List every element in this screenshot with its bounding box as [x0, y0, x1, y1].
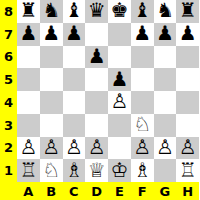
- file-label-b: B: [40, 182, 63, 200]
- rank-label-7: 7: [0, 23, 17, 46]
- square-c2[interactable]: ♙: [63, 137, 86, 160]
- square-f6[interactable]: [131, 46, 154, 69]
- square-b8[interactable]: ♞: [40, 0, 63, 23]
- square-g3[interactable]: [154, 114, 177, 137]
- square-h3[interactable]: [176, 114, 199, 137]
- square-a2[interactable]: ♙: [17, 137, 40, 160]
- black-pawn: ♟: [88, 46, 106, 66]
- screenshot-stage: 8♜♞♝♛♚♝♞♜7♟♟♟♟♟♟6♟5♟4♙3♘2♙♙♙♙♙♙♙1♖♘♗♕♔♗♖…: [0, 0, 200, 200]
- white-pawn: ♙: [88, 137, 106, 157]
- black-pawn: ♟: [156, 23, 174, 43]
- square-c5[interactable]: [63, 68, 86, 91]
- square-f1[interactable]: ♗: [131, 159, 154, 182]
- chess-board: 8♜♞♝♛♚♝♞♜7♟♟♟♟♟♟6♟5♟4♙3♘2♙♙♙♙♙♙♙1♖♘♗♕♔♗♖…: [0, 0, 199, 200]
- rank-label-2: 2: [0, 137, 17, 160]
- white-king: ♔: [110, 160, 128, 180]
- file-label-d: D: [85, 182, 108, 200]
- square-g1[interactable]: [154, 159, 177, 182]
- square-f4[interactable]: [131, 91, 154, 114]
- square-b4[interactable]: [40, 91, 63, 114]
- square-e6[interactable]: [108, 46, 131, 69]
- square-a4[interactable]: [17, 91, 40, 114]
- rank-label-3: 3: [0, 114, 17, 137]
- file-label-f: F: [131, 182, 154, 200]
- square-c3[interactable]: [63, 114, 86, 137]
- white-bishop: ♗: [65, 160, 83, 180]
- rank-label-1: 1: [0, 159, 17, 182]
- square-c6[interactable]: [63, 46, 86, 69]
- square-e4[interactable]: ♙: [108, 91, 131, 114]
- rank-label-8: 8: [0, 0, 17, 23]
- white-bishop: ♗: [133, 160, 151, 180]
- white-pawn: ♙: [179, 137, 197, 157]
- square-d7[interactable]: [85, 23, 108, 46]
- square-g4[interactable]: [154, 91, 177, 114]
- square-b6[interactable]: [40, 46, 63, 69]
- square-c1[interactable]: ♗: [63, 159, 86, 182]
- square-d4[interactable]: [85, 91, 108, 114]
- black-king: ♚: [110, 0, 128, 20]
- square-f3[interactable]: ♘: [131, 114, 154, 137]
- square-g7[interactable]: ♟: [154, 23, 177, 46]
- square-g5[interactable]: [154, 68, 177, 91]
- square-d2[interactable]: ♙: [85, 137, 108, 160]
- file-label-h: H: [176, 182, 199, 200]
- black-pawn: ♟: [179, 23, 197, 43]
- square-c7[interactable]: ♟: [63, 23, 86, 46]
- white-queen: ♕: [88, 160, 106, 180]
- square-h6[interactable]: [176, 46, 199, 69]
- coordinate-corner: [0, 182, 17, 200]
- square-d6[interactable]: ♟: [85, 46, 108, 69]
- square-f5[interactable]: [131, 68, 154, 91]
- file-label-e: E: [108, 182, 131, 200]
- square-h8[interactable]: ♜: [176, 0, 199, 23]
- square-a3[interactable]: [17, 114, 40, 137]
- black-pawn: ♟: [42, 23, 60, 43]
- black-rook: ♜: [19, 0, 37, 20]
- black-pawn: ♟: [19, 23, 37, 43]
- square-h7[interactable]: ♟: [176, 23, 199, 46]
- square-a8[interactable]: ♜: [17, 0, 40, 23]
- black-rook: ♜: [179, 0, 197, 20]
- square-h2[interactable]: ♙: [176, 137, 199, 160]
- square-e7[interactable]: [108, 23, 131, 46]
- black-bishop: ♝: [65, 0, 83, 20]
- black-knight: ♞: [42, 0, 60, 20]
- square-h5[interactable]: [176, 68, 199, 91]
- black-knight: ♞: [156, 0, 174, 20]
- rank-label-4: 4: [0, 91, 17, 114]
- square-b1[interactable]: ♘: [40, 159, 63, 182]
- square-e3[interactable]: [108, 114, 131, 137]
- square-f7[interactable]: ♟: [131, 23, 154, 46]
- white-knight: ♘: [42, 160, 60, 180]
- square-d3[interactable]: [85, 114, 108, 137]
- square-d5[interactable]: [85, 68, 108, 91]
- black-pawn: ♟: [133, 23, 151, 43]
- square-e1[interactable]: ♔: [108, 159, 131, 182]
- square-b3[interactable]: [40, 114, 63, 137]
- square-h1[interactable]: ♖: [176, 159, 199, 182]
- square-e2[interactable]: [108, 137, 131, 160]
- square-f2[interactable]: ♙: [131, 137, 154, 160]
- square-h4[interactable]: [176, 91, 199, 114]
- square-b5[interactable]: [40, 68, 63, 91]
- square-g8[interactable]: ♞: [154, 0, 177, 23]
- square-d8[interactable]: ♛: [85, 0, 108, 23]
- square-c4[interactable]: [63, 91, 86, 114]
- rank-label-5: 5: [0, 68, 17, 91]
- square-f8[interactable]: ♝: [131, 0, 154, 23]
- white-pawn: ♙: [110, 91, 128, 111]
- white-pawn: ♙: [133, 137, 151, 157]
- rank-label-6: 6: [0, 46, 17, 69]
- square-d1[interactable]: ♕: [85, 159, 108, 182]
- square-a7[interactable]: ♟: [17, 23, 40, 46]
- white-pawn: ♙: [19, 137, 37, 157]
- white-pawn: ♙: [156, 137, 174, 157]
- square-a6[interactable]: [17, 46, 40, 69]
- square-g2[interactable]: ♙: [154, 137, 177, 160]
- white-knight: ♘: [133, 114, 151, 134]
- square-e5[interactable]: ♟: [108, 68, 131, 91]
- black-pawn: ♟: [110, 69, 128, 89]
- square-e8[interactable]: ♚: [108, 0, 131, 23]
- square-b7[interactable]: ♟: [40, 23, 63, 46]
- file-label-c: C: [63, 182, 86, 200]
- black-bishop: ♝: [133, 0, 151, 20]
- square-g6[interactable]: [154, 46, 177, 69]
- square-a1[interactable]: ♖: [17, 159, 40, 182]
- white-pawn: ♙: [42, 137, 60, 157]
- black-pawn: ♟: [65, 23, 83, 43]
- white-rook: ♖: [179, 160, 197, 180]
- square-c8[interactable]: ♝: [63, 0, 86, 23]
- file-label-g: G: [154, 182, 177, 200]
- black-queen: ♛: [88, 0, 106, 20]
- square-b2[interactable]: ♙: [40, 137, 63, 160]
- white-pawn: ♙: [65, 137, 83, 157]
- white-rook: ♖: [19, 160, 37, 180]
- file-label-a: A: [17, 182, 40, 200]
- square-a5[interactable]: [17, 68, 40, 91]
